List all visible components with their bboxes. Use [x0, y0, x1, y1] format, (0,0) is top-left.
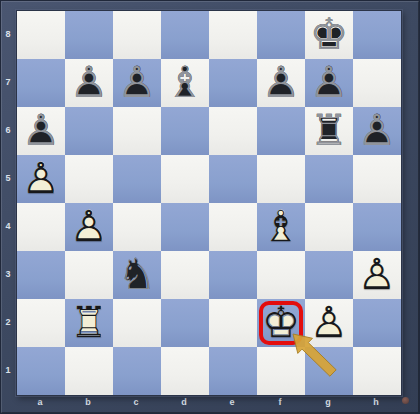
square-h5[interactable]	[353, 155, 401, 203]
square-a7[interactable]	[17, 59, 65, 107]
piece-black-king[interactable]: ♚♔	[305, 11, 353, 59]
square-e2[interactable]	[209, 299, 257, 347]
rank-label-8: 8	[0, 10, 16, 58]
square-g3[interactable]	[305, 251, 353, 299]
piece-black-rook[interactable]: ♜♖	[305, 107, 353, 155]
square-b3[interactable]	[65, 251, 113, 299]
square-b6[interactable]	[65, 107, 113, 155]
square-h1[interactable]	[353, 347, 401, 395]
pawn-glyph-detail: ♙	[65, 59, 113, 107]
rank-label-7: 7	[0, 58, 16, 106]
square-a3[interactable]	[17, 251, 65, 299]
square-d1[interactable]	[161, 347, 209, 395]
square-a2[interactable]	[17, 299, 65, 347]
piece-white-king[interactable]: ♚♔	[257, 299, 305, 347]
piece-black-pawn[interactable]: ♟♙	[113, 59, 161, 107]
rank-label-4: 4	[0, 202, 16, 250]
rank-label-3: 3	[0, 250, 16, 298]
square-e4[interactable]	[209, 203, 257, 251]
piece-black-bishop[interactable]: ♝♗	[161, 59, 209, 107]
pawn-glyph-detail: ♙	[65, 203, 113, 251]
pawn-glyph-detail: ♙	[257, 59, 305, 107]
square-e5[interactable]	[209, 155, 257, 203]
pawn-glyph-detail: ♙	[17, 107, 65, 155]
square-h4[interactable]	[353, 203, 401, 251]
square-d6[interactable]	[161, 107, 209, 155]
piece-white-pawn[interactable]: ♟♙	[65, 203, 113, 251]
square-a1[interactable]	[17, 347, 65, 395]
piece-black-pawn[interactable]: ♟♙	[17, 107, 65, 155]
piece-white-pawn[interactable]: ♟♙	[353, 251, 401, 299]
square-h8[interactable]	[353, 11, 401, 59]
piece-white-bishop[interactable]: ♝♗	[257, 203, 305, 251]
square-g1[interactable]	[305, 347, 353, 395]
square-f6[interactable]	[257, 107, 305, 155]
square-g4[interactable]	[305, 203, 353, 251]
pawn-glyph-detail: ♙	[17, 155, 65, 203]
piece-white-rook[interactable]: ♜♖	[65, 299, 113, 347]
square-c8[interactable]	[113, 11, 161, 59]
bishop-glyph-detail: ♗	[161, 59, 209, 107]
square-e6[interactable]	[209, 107, 257, 155]
rook-glyph-detail: ♖	[305, 107, 353, 155]
square-f3[interactable]	[257, 251, 305, 299]
pawn-glyph-detail: ♙	[113, 59, 161, 107]
bishop-glyph-detail: ♗	[257, 203, 305, 251]
piece-black-pawn[interactable]: ♟♙	[257, 59, 305, 107]
piece-black-pawn[interactable]: ♟♙	[305, 59, 353, 107]
square-h7[interactable]	[353, 59, 401, 107]
pawn-glyph-detail: ♙	[353, 251, 401, 299]
square-d4[interactable]	[161, 203, 209, 251]
square-c5[interactable]	[113, 155, 161, 203]
square-b5[interactable]	[65, 155, 113, 203]
square-f1[interactable]	[257, 347, 305, 395]
square-g5[interactable]	[305, 155, 353, 203]
square-c4[interactable]	[113, 203, 161, 251]
rank-label-2: 2	[0, 298, 16, 346]
square-h2[interactable]	[353, 299, 401, 347]
king-glyph-detail: ♔	[257, 299, 305, 347]
rank-label-5: 5	[0, 154, 16, 202]
piece-black-knight[interactable]: ♞♘	[113, 251, 161, 299]
pawn-glyph-detail: ♙	[353, 107, 401, 155]
square-a4[interactable]	[17, 203, 65, 251]
square-f5[interactable]	[257, 155, 305, 203]
chess-board: ♚♔♟♙♟♙♝♗♟♙♟♙♟♙♜♖♟♙♟♙♟♙♝♗♞♘♟♙♜♖♚♔♟♙	[16, 10, 402, 396]
piece-white-pawn[interactable]: ♟♙	[305, 299, 353, 347]
pawn-glyph-detail: ♙	[305, 59, 353, 107]
square-e1[interactable]	[209, 347, 257, 395]
knight-glyph-detail: ♘	[113, 251, 161, 299]
rank-labels: 87654321	[0, 10, 16, 394]
square-f8[interactable]	[257, 11, 305, 59]
piece-black-pawn[interactable]: ♟♙	[65, 59, 113, 107]
square-c2[interactable]	[113, 299, 161, 347]
piece-white-pawn[interactable]: ♟♙	[17, 155, 65, 203]
square-d5[interactable]	[161, 155, 209, 203]
king-glyph-detail: ♔	[305, 11, 353, 59]
square-c6[interactable]	[113, 107, 161, 155]
square-b8[interactable]	[65, 11, 113, 59]
square-c1[interactable]	[113, 347, 161, 395]
corner-logo-dot	[402, 397, 409, 404]
square-e3[interactable]	[209, 251, 257, 299]
pawn-glyph-detail: ♙	[305, 299, 353, 347]
square-d8[interactable]	[161, 11, 209, 59]
square-a8[interactable]	[17, 11, 65, 59]
piece-black-pawn[interactable]: ♟♙	[353, 107, 401, 155]
rank-label-6: 6	[0, 106, 16, 154]
square-e8[interactable]	[209, 11, 257, 59]
rook-glyph-detail: ♖	[65, 299, 113, 347]
rank-label-1: 1	[0, 346, 16, 394]
square-d3[interactable]	[161, 251, 209, 299]
square-b1[interactable]	[65, 347, 113, 395]
chess-board-window: 87654321 abcdefgh ♚♔♟♙♟♙♝♗♟♙♟♙♟♙♜♖♟♙♟♙♟♙…	[0, 0, 420, 414]
square-d2[interactable]	[161, 299, 209, 347]
square-e7[interactable]	[209, 59, 257, 107]
